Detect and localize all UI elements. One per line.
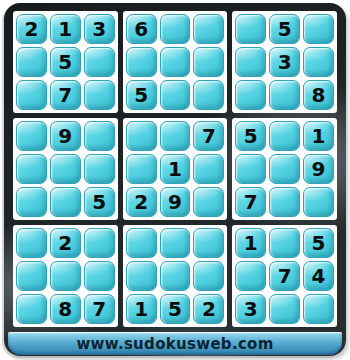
cell-r6c1[interactable]: [16, 187, 47, 217]
site-url[interactable]: www.sudokusweb.com: [76, 335, 273, 353]
cell-r5c5[interactable]: 1: [160, 154, 191, 184]
cell-r8c5[interactable]: [160, 261, 191, 291]
box-1-2: 65: [123, 11, 228, 113]
cell-r5c1[interactable]: [16, 154, 47, 184]
cell-r8c7[interactable]: [235, 261, 266, 291]
cell-r3c2[interactable]: 7: [50, 80, 81, 110]
cell-r8c9[interactable]: 4: [303, 261, 334, 291]
cell-r5c2[interactable]: [50, 154, 81, 184]
cell-r3c3[interactable]: [84, 80, 115, 110]
cell-r1c1[interactable]: 2: [16, 14, 47, 44]
cell-r8c8[interactable]: 7: [269, 261, 300, 291]
cell-r2c9[interactable]: [303, 47, 334, 77]
box-3-1: 287: [13, 225, 118, 327]
cell-r6c8[interactable]: [269, 187, 300, 217]
cell-r1c6[interactable]: [193, 14, 224, 44]
cell-r7c6[interactable]: [193, 228, 224, 258]
cell-r3c6[interactable]: [193, 80, 224, 110]
cell-r1c7[interactable]: [235, 14, 266, 44]
cell-r9c7[interactable]: 3: [235, 294, 266, 324]
cell-r2c6[interactable]: [193, 47, 224, 77]
cell-r6c3[interactable]: 5: [84, 187, 115, 217]
cell-r8c3[interactable]: [84, 261, 115, 291]
cell-r3c7[interactable]: [235, 80, 266, 110]
cell-r2c1[interactable]: [16, 47, 47, 77]
cell-r7c4[interactable]: [126, 228, 157, 258]
cell-r6c9[interactable]: [303, 187, 334, 217]
cell-r4c1[interactable]: [16, 121, 47, 151]
cell-r2c4[interactable]: [126, 47, 157, 77]
cell-r2c5[interactable]: [160, 47, 191, 77]
cell-r1c8[interactable]: 5: [269, 14, 300, 44]
cell-r1c4[interactable]: 6: [126, 14, 157, 44]
cell-r4c4[interactable]: [126, 121, 157, 151]
cell-r3c4[interactable]: 5: [126, 80, 157, 110]
cell-r5c3[interactable]: [84, 154, 115, 184]
cell-r8c1[interactable]: [16, 261, 47, 291]
cell-r7c9[interactable]: 5: [303, 228, 334, 258]
box-3-3: 15743: [232, 225, 337, 327]
cell-r4c7[interactable]: 5: [235, 121, 266, 151]
cell-r9c5[interactable]: 5: [160, 294, 191, 324]
cell-r5c6[interactable]: [193, 154, 224, 184]
cell-r9c8[interactable]: [269, 294, 300, 324]
cell-r8c6[interactable]: [193, 261, 224, 291]
cell-r2c8[interactable]: 3: [269, 47, 300, 77]
cell-r9c4[interactable]: 1: [126, 294, 157, 324]
cell-r9c1[interactable]: [16, 294, 47, 324]
cell-r9c9[interactable]: [303, 294, 334, 324]
cell-r7c8[interactable]: [269, 228, 300, 258]
cell-r6c7[interactable]: 7: [235, 187, 266, 217]
cell-r7c3[interactable]: [84, 228, 115, 258]
cell-r4c6[interactable]: 7: [193, 121, 224, 151]
box-1-3: 538: [232, 11, 337, 113]
cell-r1c3[interactable]: 3: [84, 14, 115, 44]
cell-r6c2[interactable]: [50, 187, 81, 217]
cell-r7c1[interactable]: [16, 228, 47, 258]
cell-r7c2[interactable]: 2: [50, 228, 81, 258]
cell-r6c6[interactable]: [193, 187, 224, 217]
cell-r6c5[interactable]: 9: [160, 187, 191, 217]
cell-r9c6[interactable]: 2: [193, 294, 224, 324]
cell-r4c9[interactable]: 1: [303, 121, 334, 151]
sudoku-board: 2135765538957129519728715215743: [13, 11, 337, 327]
cell-r4c5[interactable]: [160, 121, 191, 151]
cell-r5c8[interactable]: [269, 154, 300, 184]
cell-r3c1[interactable]: [16, 80, 47, 110]
sudoku-widget: 2135765538957129519728715215743 www.sudo…: [4, 3, 346, 356]
cell-r8c4[interactable]: [126, 261, 157, 291]
cell-r7c7[interactable]: 1: [235, 228, 266, 258]
cell-r9c2[interactable]: 8: [50, 294, 81, 324]
cell-r7c5[interactable]: [160, 228, 191, 258]
cell-r2c7[interactable]: [235, 47, 266, 77]
cell-r2c3[interactable]: [84, 47, 115, 77]
cell-r1c5[interactable]: [160, 14, 191, 44]
cell-r6c4[interactable]: 2: [126, 187, 157, 217]
cell-r3c8[interactable]: [269, 80, 300, 110]
cell-r1c9[interactable]: [303, 14, 334, 44]
cell-r3c5[interactable]: [160, 80, 191, 110]
site-footer: www.sudokusweb.com: [8, 332, 342, 355]
box-2-3: 5197: [232, 118, 337, 220]
cell-r4c2[interactable]: 9: [50, 121, 81, 151]
cell-r3c9[interactable]: 8: [303, 80, 334, 110]
cell-r4c3[interactable]: [84, 121, 115, 151]
cell-r9c3[interactable]: 7: [84, 294, 115, 324]
box-1-1: 21357: [13, 11, 118, 113]
cell-r5c4[interactable]: [126, 154, 157, 184]
box-2-1: 95: [13, 118, 118, 220]
cell-r8c2[interactable]: [50, 261, 81, 291]
cell-r2c2[interactable]: 5: [50, 47, 81, 77]
box-2-2: 7129: [123, 118, 228, 220]
cell-r1c2[interactable]: 1: [50, 14, 81, 44]
box-3-2: 152: [123, 225, 228, 327]
cell-r5c7[interactable]: [235, 154, 266, 184]
cell-r5c9[interactable]: 9: [303, 154, 334, 184]
cell-r4c8[interactable]: [269, 121, 300, 151]
